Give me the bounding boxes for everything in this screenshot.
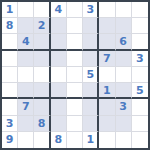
sudoku-cell-r7c7[interactable] bbox=[99, 99, 115, 115]
sudoku-cell-r5c7[interactable] bbox=[99, 67, 115, 83]
sudoku-cell-r3c5[interactable] bbox=[67, 34, 83, 50]
sudoku-cell-r7c8[interactable]: 3 bbox=[116, 99, 132, 115]
sudoku-cell-r2c3[interactable]: 2 bbox=[34, 18, 50, 34]
sudoku-cell-r9c2[interactable] bbox=[18, 132, 34, 148]
sudoku-cell-r6c8[interactable] bbox=[116, 83, 132, 99]
sudoku-cell-r6c2[interactable] bbox=[18, 83, 34, 99]
sudoku-cell-r5c3[interactable] bbox=[34, 67, 50, 83]
sudoku-cell-r8c2[interactable] bbox=[18, 116, 34, 132]
sudoku-cell-r9c4[interactable]: 8 bbox=[51, 132, 67, 148]
sudoku-cell-r1c7[interactable] bbox=[99, 2, 115, 18]
sudoku-cell-r7c9[interactable] bbox=[132, 99, 148, 115]
sudoku-cell-r9c7[interactable] bbox=[99, 132, 115, 148]
sudoku-cell-r6c4[interactable] bbox=[51, 83, 67, 99]
sudoku-cell-r4c7[interactable]: 7 bbox=[99, 51, 115, 67]
sudoku-cell-r4c2[interactable] bbox=[18, 51, 34, 67]
sudoku-cell-r5c9[interactable] bbox=[132, 67, 148, 83]
sudoku-cell-r2c4[interactable] bbox=[51, 18, 67, 34]
sudoku-cell-r3c3[interactable] bbox=[34, 34, 50, 50]
sudoku-cell-r6c9[interactable]: 5 bbox=[132, 83, 148, 99]
sudoku-cell-r2c1[interactable]: 8 bbox=[2, 18, 18, 34]
sudoku-cell-r4c9[interactable]: 3 bbox=[132, 51, 148, 67]
sudoku-cell-r6c7[interactable]: 1 bbox=[99, 83, 115, 99]
sudoku-cell-r6c5[interactable] bbox=[67, 83, 83, 99]
sudoku-cell-r5c8[interactable] bbox=[116, 67, 132, 83]
sudoku-cell-r4c6[interactable] bbox=[83, 51, 99, 67]
sudoku-cell-r4c3[interactable] bbox=[34, 51, 50, 67]
sudoku-cell-r5c4[interactable] bbox=[51, 67, 67, 83]
sudoku-cell-r6c3[interactable] bbox=[34, 83, 50, 99]
sudoku-cell-r2c8[interactable] bbox=[116, 18, 132, 34]
sudoku-board: 1438246735157338981 bbox=[0, 0, 150, 150]
sudoku-cell-r8c4[interactable] bbox=[51, 116, 67, 132]
sudoku-cell-r5c5[interactable] bbox=[67, 67, 83, 83]
sudoku-cell-r3c8[interactable]: 6 bbox=[116, 34, 132, 50]
sudoku-cell-r3c4[interactable] bbox=[51, 34, 67, 50]
sudoku-cell-r9c6[interactable]: 1 bbox=[83, 132, 99, 148]
sudoku-cell-r2c5[interactable] bbox=[67, 18, 83, 34]
sudoku-cell-r9c5[interactable] bbox=[67, 132, 83, 148]
sudoku-cell-r1c5[interactable] bbox=[67, 2, 83, 18]
sudoku-cell-r1c8[interactable] bbox=[116, 2, 132, 18]
sudoku-cell-r7c4[interactable] bbox=[51, 99, 67, 115]
sudoku-cell-r5c6[interactable]: 5 bbox=[83, 67, 99, 83]
sudoku-cell-r5c1[interactable] bbox=[2, 67, 18, 83]
sudoku-cell-r6c6[interactable] bbox=[83, 83, 99, 99]
sudoku-cell-r7c1[interactable] bbox=[2, 99, 18, 115]
sudoku-cell-r3c6[interactable] bbox=[83, 34, 99, 50]
sudoku-cell-r2c9[interactable] bbox=[132, 18, 148, 34]
sudoku-cell-r5c2[interactable] bbox=[18, 67, 34, 83]
sudoku-cell-r4c4[interactable] bbox=[51, 51, 67, 67]
sudoku-cell-r2c6[interactable] bbox=[83, 18, 99, 34]
sudoku-cell-r4c5[interactable] bbox=[67, 51, 83, 67]
sudoku-cell-r1c2[interactable] bbox=[18, 2, 34, 18]
sudoku-cell-r1c3[interactable] bbox=[34, 2, 50, 18]
sudoku-cell-r7c6[interactable] bbox=[83, 99, 99, 115]
sudoku-cell-r8c5[interactable] bbox=[67, 116, 83, 132]
sudoku-cell-r9c8[interactable] bbox=[116, 132, 132, 148]
sudoku-cell-r6c1[interactable] bbox=[2, 83, 18, 99]
sudoku-cell-r9c3[interactable] bbox=[34, 132, 50, 148]
sudoku-cell-r4c1[interactable] bbox=[2, 51, 18, 67]
sudoku-cell-r1c6[interactable]: 3 bbox=[83, 2, 99, 18]
sudoku-cell-r8c9[interactable] bbox=[132, 116, 148, 132]
sudoku-cell-r8c7[interactable] bbox=[99, 116, 115, 132]
sudoku-cell-r3c1[interactable] bbox=[2, 34, 18, 50]
sudoku-cell-r3c9[interactable] bbox=[132, 34, 148, 50]
sudoku-cell-r7c3[interactable] bbox=[34, 99, 50, 115]
sudoku-cell-r8c8[interactable] bbox=[116, 116, 132, 132]
sudoku-cell-r8c3[interactable]: 8 bbox=[34, 116, 50, 132]
sudoku-cell-r2c7[interactable] bbox=[99, 18, 115, 34]
sudoku-cell-r9c1[interactable]: 9 bbox=[2, 132, 18, 148]
sudoku-cell-r9c9[interactable] bbox=[132, 132, 148, 148]
sudoku-cell-r1c1[interactable]: 1 bbox=[2, 2, 18, 18]
sudoku-cell-r7c2[interactable]: 7 bbox=[18, 99, 34, 115]
sudoku-cell-r4c8[interactable] bbox=[116, 51, 132, 67]
sudoku-cell-r2c2[interactable] bbox=[18, 18, 34, 34]
sudoku-cell-r1c4[interactable]: 4 bbox=[51, 2, 67, 18]
sudoku-cell-r3c2[interactable]: 4 bbox=[18, 34, 34, 50]
sudoku-cell-r8c1[interactable]: 3 bbox=[2, 116, 18, 132]
sudoku-cell-r8c6[interactable] bbox=[83, 116, 99, 132]
sudoku-cell-r7c5[interactable] bbox=[67, 99, 83, 115]
sudoku-cell-r3c7[interactable] bbox=[99, 34, 115, 50]
sudoku-cell-r1c9[interactable] bbox=[132, 2, 148, 18]
